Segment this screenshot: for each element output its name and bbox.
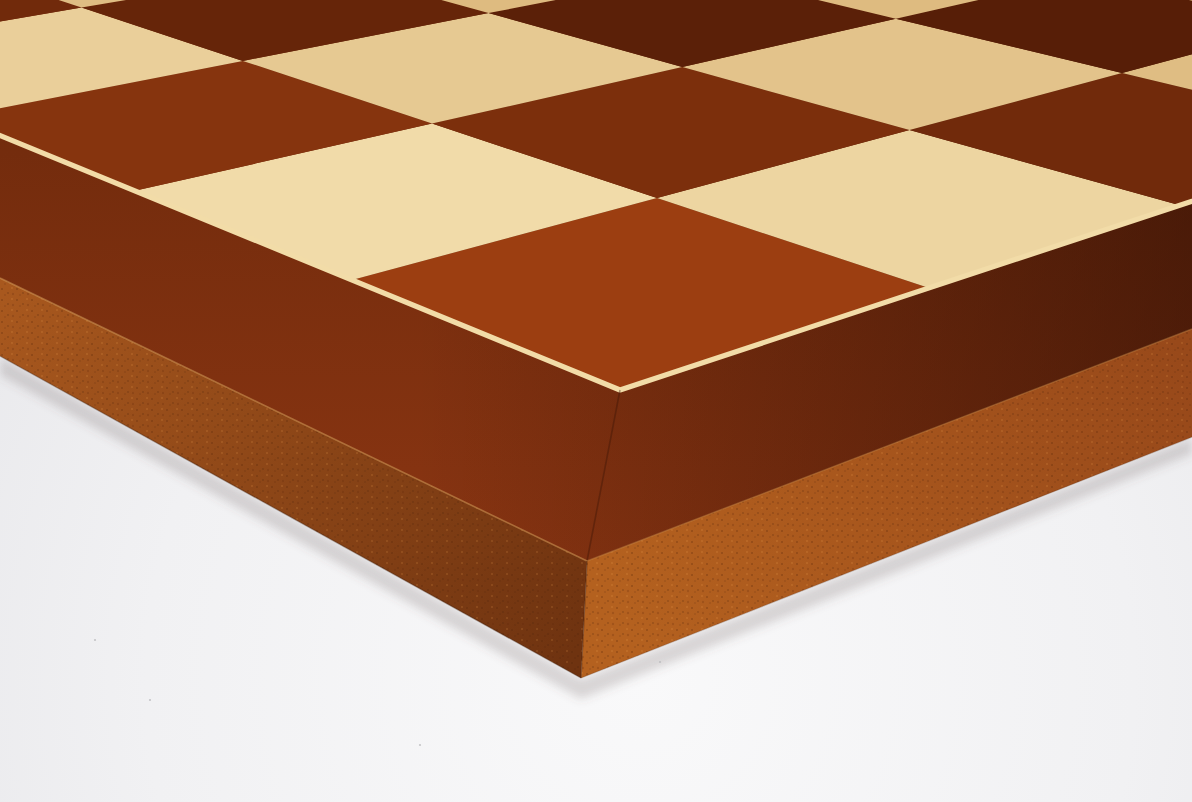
chessboard-svg xyxy=(0,0,1192,802)
dust-speck xyxy=(659,661,661,663)
dust-speck xyxy=(149,699,151,701)
dust-speck xyxy=(94,639,96,641)
dust-speck xyxy=(419,744,421,746)
chessboard-photo xyxy=(0,0,1192,802)
